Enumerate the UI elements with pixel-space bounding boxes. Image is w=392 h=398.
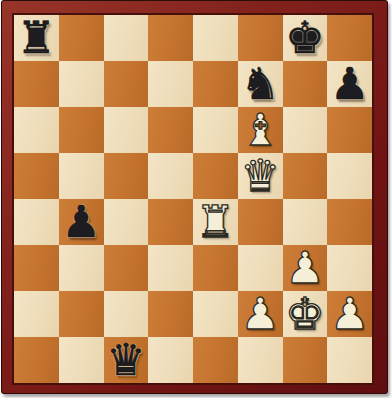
piece-white-queen[interactable]: ♛ bbox=[240, 153, 279, 199]
square-e1[interactable] bbox=[193, 337, 238, 383]
square-g5[interactable] bbox=[283, 153, 328, 199]
piece-white-pawn[interactable]: ♟ bbox=[240, 291, 279, 337]
square-g4[interactable] bbox=[283, 199, 328, 245]
square-g8[interactable]: ♚ bbox=[283, 15, 328, 61]
square-b5[interactable] bbox=[59, 153, 104, 199]
square-d5[interactable] bbox=[148, 153, 193, 199]
piece-black-rook[interactable]: ♜ bbox=[17, 15, 56, 61]
piece-black-queen[interactable]: ♛ bbox=[106, 337, 145, 383]
chess-board: ♜♚♞♟♝♛♟♜♟♟♚♟♛ bbox=[14, 15, 372, 383]
square-d6[interactable] bbox=[148, 107, 193, 153]
square-c3[interactable] bbox=[104, 245, 149, 291]
square-a1[interactable] bbox=[14, 337, 59, 383]
square-g3[interactable]: ♟ bbox=[283, 245, 328, 291]
square-d7[interactable] bbox=[148, 61, 193, 107]
square-b6[interactable] bbox=[59, 107, 104, 153]
square-h3[interactable] bbox=[327, 245, 372, 291]
square-c1[interactable]: ♛ bbox=[104, 337, 149, 383]
square-e2[interactable] bbox=[193, 291, 238, 337]
square-f6[interactable]: ♝ bbox=[238, 107, 283, 153]
square-a8[interactable]: ♜ bbox=[14, 15, 59, 61]
chess-diagram: ♜♚♞♟♝♛♟♜♟♟♚♟♛ bbox=[0, 0, 392, 398]
square-f3[interactable] bbox=[238, 245, 283, 291]
square-h6[interactable] bbox=[327, 107, 372, 153]
square-h4[interactable] bbox=[327, 199, 372, 245]
square-e6[interactable] bbox=[193, 107, 238, 153]
square-a4[interactable] bbox=[14, 199, 59, 245]
square-f2[interactable]: ♟ bbox=[238, 291, 283, 337]
square-e3[interactable] bbox=[193, 245, 238, 291]
square-c6[interactable] bbox=[104, 107, 149, 153]
square-c5[interactable] bbox=[104, 153, 149, 199]
piece-black-king[interactable]: ♚ bbox=[285, 15, 324, 61]
square-g6[interactable] bbox=[283, 107, 328, 153]
square-e5[interactable] bbox=[193, 153, 238, 199]
square-a3[interactable] bbox=[14, 245, 59, 291]
square-g7[interactable] bbox=[283, 61, 328, 107]
square-e7[interactable] bbox=[193, 61, 238, 107]
piece-white-rook[interactable]: ♜ bbox=[196, 199, 235, 245]
square-b2[interactable] bbox=[59, 291, 104, 337]
piece-white-bishop[interactable]: ♝ bbox=[240, 107, 279, 153]
square-b3[interactable] bbox=[59, 245, 104, 291]
square-g1[interactable] bbox=[283, 337, 328, 383]
square-b8[interactable] bbox=[59, 15, 104, 61]
square-b7[interactable] bbox=[59, 61, 104, 107]
square-a6[interactable] bbox=[14, 107, 59, 153]
square-d2[interactable] bbox=[148, 291, 193, 337]
square-c2[interactable] bbox=[104, 291, 149, 337]
square-d8[interactable] bbox=[148, 15, 193, 61]
piece-black-pawn[interactable]: ♟ bbox=[330, 61, 369, 107]
square-f4[interactable] bbox=[238, 199, 283, 245]
square-h2[interactable]: ♟ bbox=[327, 291, 372, 337]
square-f5[interactable]: ♛ bbox=[238, 153, 283, 199]
square-h1[interactable] bbox=[327, 337, 372, 383]
square-f8[interactable] bbox=[238, 15, 283, 61]
square-d1[interactable] bbox=[148, 337, 193, 383]
square-f7[interactable]: ♞ bbox=[238, 61, 283, 107]
square-e4[interactable]: ♜ bbox=[193, 199, 238, 245]
square-a7[interactable] bbox=[14, 61, 59, 107]
piece-white-pawn[interactable]: ♟ bbox=[330, 291, 369, 337]
square-h5[interactable] bbox=[327, 153, 372, 199]
square-c8[interactable] bbox=[104, 15, 149, 61]
square-c7[interactable] bbox=[104, 61, 149, 107]
square-h8[interactable] bbox=[327, 15, 372, 61]
square-b1[interactable] bbox=[59, 337, 104, 383]
square-a5[interactable] bbox=[14, 153, 59, 199]
square-h7[interactable]: ♟ bbox=[327, 61, 372, 107]
square-b4[interactable]: ♟ bbox=[59, 199, 104, 245]
piece-white-pawn[interactable]: ♟ bbox=[285, 245, 324, 291]
piece-white-king[interactable]: ♚ bbox=[285, 291, 324, 337]
piece-black-pawn[interactable]: ♟ bbox=[61, 199, 100, 245]
square-a2[interactable] bbox=[14, 291, 59, 337]
square-g2[interactable]: ♚ bbox=[283, 291, 328, 337]
square-d4[interactable] bbox=[148, 199, 193, 245]
square-e8[interactable] bbox=[193, 15, 238, 61]
piece-black-knight[interactable]: ♞ bbox=[240, 61, 279, 107]
square-d3[interactable] bbox=[148, 245, 193, 291]
square-c4[interactable] bbox=[104, 199, 149, 245]
square-f1[interactable] bbox=[238, 337, 283, 383]
